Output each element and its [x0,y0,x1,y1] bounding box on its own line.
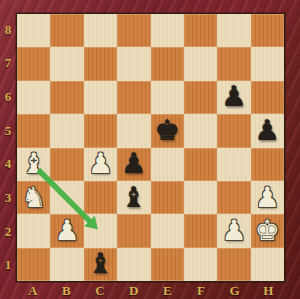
square-f1[interactable] [184,248,217,281]
square-e2[interactable] [151,214,184,247]
square-g8[interactable] [217,14,250,47]
file-label-g: G [227,283,243,299]
black-king-e5[interactable]: ♚ [155,117,180,145]
square-f2[interactable] [184,214,217,247]
square-e1[interactable] [151,248,184,281]
square-f3[interactable] [184,181,217,214]
square-b8[interactable] [50,14,83,47]
white-pawn-g2[interactable]: ♟ [221,217,246,245]
square-f4[interactable] [184,148,217,181]
square-b2[interactable]: ♟ [50,214,83,247]
black-pawn-h5[interactable]: ♟ [255,117,280,145]
square-a6[interactable] [17,81,50,114]
square-d5[interactable] [117,114,150,147]
white-pawn-b2[interactable]: ♟ [55,217,80,245]
white-pawn-h3[interactable]: ♟ [255,184,280,212]
square-a2[interactable] [17,214,50,247]
square-c6[interactable] [84,81,117,114]
square-a1[interactable] [17,248,50,281]
square-f5[interactable] [184,114,217,147]
square-h3[interactable]: ♟ [251,181,284,214]
square-a7[interactable] [17,47,50,80]
square-c5[interactable] [84,114,117,147]
file-label-c: C [92,283,108,299]
square-c4[interactable]: ♟ [84,148,117,181]
square-e7[interactable] [151,47,184,80]
file-label-a: A [25,283,41,299]
square-h8[interactable] [251,14,284,47]
square-d6[interactable] [117,81,150,114]
square-e5[interactable]: ♚ [151,114,184,147]
square-h4[interactable] [251,148,284,181]
square-g6[interactable]: ♟ [217,81,250,114]
rank-label-2: 2 [0,224,16,240]
rank-label-1: 1 [0,257,16,273]
rank-label-4: 4 [0,156,16,172]
square-g3[interactable] [217,181,250,214]
black-bishop-d3[interactable]: ♝ [121,184,146,212]
file-label-d: D [126,283,142,299]
square-b1[interactable] [50,248,83,281]
square-e8[interactable] [151,14,184,47]
square-g2[interactable]: ♟ [217,214,250,247]
square-b7[interactable] [50,47,83,80]
square-g5[interactable] [217,114,250,147]
square-h6[interactable] [251,81,284,114]
square-h2[interactable]: ♚ [251,214,284,247]
square-e6[interactable] [151,81,184,114]
board: ♟♚♟♝♟♟♞♝♟♟♟♚♝ [16,13,285,282]
square-a3[interactable]: ♞ [17,181,50,214]
white-knight-a3[interactable]: ♞ [21,184,46,212]
square-f7[interactable] [184,47,217,80]
rank-label-5: 5 [0,123,16,139]
square-e4[interactable] [151,148,184,181]
square-e3[interactable] [151,181,184,214]
square-a5[interactable] [17,114,50,147]
white-bishop-a4[interactable]: ♝ [21,150,46,178]
black-bishop-c1[interactable]: ♝ [88,250,113,278]
square-f8[interactable] [184,14,217,47]
square-g7[interactable] [217,47,250,80]
file-label-h: H [260,283,276,299]
square-b4[interactable] [50,148,83,181]
white-pawn-c4[interactable]: ♟ [88,150,113,178]
square-c7[interactable] [84,47,117,80]
square-a8[interactable] [17,14,50,47]
square-d8[interactable] [117,14,150,47]
square-d2[interactable] [117,214,150,247]
file-label-e: E [159,283,175,299]
square-b5[interactable] [50,114,83,147]
square-b6[interactable] [50,81,83,114]
square-f6[interactable] [184,81,217,114]
black-pawn-g6[interactable]: ♟ [221,83,246,111]
chess-diagram: 87654321ABCDEFGH ♟♚♟♝♟♟♞♝♟♟♟♚♝ [0,0,300,299]
file-label-b: B [58,283,74,299]
square-d4[interactable]: ♟ [117,148,150,181]
square-h5[interactable]: ♟ [251,114,284,147]
rank-label-6: 6 [0,89,16,105]
square-h1[interactable] [251,248,284,281]
rank-label-7: 7 [0,55,16,71]
square-g4[interactable] [217,148,250,181]
square-d3[interactable]: ♝ [117,181,150,214]
square-d7[interactable] [117,47,150,80]
rank-label-8: 8 [0,22,16,38]
white-king-h2[interactable]: ♚ [255,217,280,245]
black-pawn-d4[interactable]: ♟ [121,150,146,178]
square-c3[interactable] [84,181,117,214]
square-c8[interactable] [84,14,117,47]
square-c1[interactable]: ♝ [84,248,117,281]
square-a4[interactable]: ♝ [17,148,50,181]
file-label-f: F [193,283,209,299]
square-d1[interactable] [117,248,150,281]
square-c2[interactable] [84,214,117,247]
square-h7[interactable] [251,47,284,80]
square-g1[interactable] [217,248,250,281]
square-b3[interactable] [50,181,83,214]
rank-label-3: 3 [0,190,16,206]
